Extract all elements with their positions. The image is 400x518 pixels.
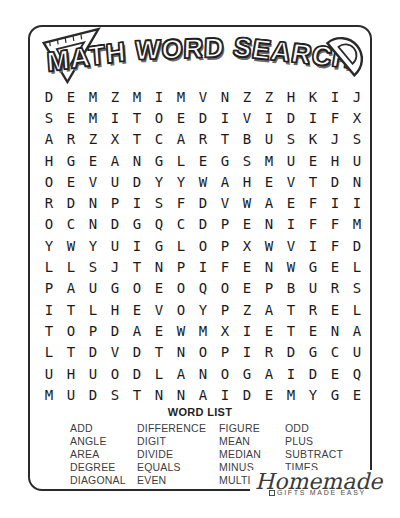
grid-cell[interactable]: Y bbox=[170, 171, 192, 192]
grid-cell[interactable]: W bbox=[170, 320, 192, 341]
grid-cell[interactable]: R bbox=[302, 299, 324, 320]
grid-cell[interactable]: I bbox=[280, 363, 302, 384]
grid-cell[interactable]: S bbox=[82, 256, 104, 277]
word-list-title: WORD LIST bbox=[30, 406, 370, 419]
brand-tagline-row: GIFTS MADE EASY bbox=[255, 489, 382, 496]
grid-cell[interactable]: E bbox=[82, 150, 104, 171]
grid-cell[interactable]: O bbox=[38, 171, 60, 192]
grid-cell[interactable]: N bbox=[148, 256, 170, 277]
grid-cell[interactable]: L bbox=[170, 235, 192, 256]
grid-cell[interactable]: Y bbox=[192, 299, 214, 320]
grid-cell[interactable]: C bbox=[148, 129, 170, 150]
grid-cell[interactable]: J bbox=[324, 129, 346, 150]
grid-cell[interactable]: I bbox=[126, 192, 148, 213]
grid-cell[interactable]: M bbox=[82, 86, 104, 107]
grid-cell[interactable]: O bbox=[170, 299, 192, 320]
grid-cell[interactable]: G bbox=[214, 150, 236, 171]
grid-cell[interactable]: Q bbox=[346, 363, 368, 384]
grid-cell[interactable]: A bbox=[126, 320, 148, 341]
grid-cell[interactable]: T bbox=[126, 384, 148, 405]
grid-cell[interactable]: E bbox=[302, 150, 324, 171]
grid-cell[interactable]: S bbox=[346, 278, 368, 299]
grid-cell[interactable]: O bbox=[38, 214, 60, 235]
grid-cell[interactable]: D bbox=[60, 192, 82, 213]
grid-cell[interactable]: O bbox=[148, 107, 170, 128]
grid-cell[interactable]: V bbox=[236, 107, 258, 128]
grid-cell[interactable]: E bbox=[170, 107, 192, 128]
grid-cell[interactable]: U bbox=[82, 363, 104, 384]
word-item: DIFFERENCE bbox=[137, 422, 219, 435]
word-item: ANGLE bbox=[70, 435, 137, 448]
grid-cell[interactable]: G bbox=[104, 278, 126, 299]
grid-cell[interactable]: T bbox=[148, 342, 170, 363]
grid-cell[interactable]: D bbox=[82, 342, 104, 363]
grid-cell[interactable]: E bbox=[324, 256, 346, 277]
grid-cell[interactable]: D bbox=[104, 214, 126, 235]
grid-cell[interactable]: I bbox=[38, 299, 60, 320]
grid-cell[interactable]: X bbox=[104, 129, 126, 150]
grid-cell[interactable]: B bbox=[236, 129, 258, 150]
grid-cell[interactable]: P bbox=[38, 278, 60, 299]
grid-cell[interactable]: N bbox=[258, 256, 280, 277]
grid-cell[interactable]: S bbox=[280, 129, 302, 150]
grid-cell[interactable]: F bbox=[170, 192, 192, 213]
grid-cell[interactable]: V bbox=[82, 171, 104, 192]
grid-cell[interactable]: G bbox=[148, 235, 170, 256]
grid-cell[interactable]: E bbox=[280, 192, 302, 213]
grid-cell[interactable]: D bbox=[126, 363, 148, 384]
grid-cell[interactable]: X bbox=[214, 320, 236, 341]
grid-cell[interactable]: F bbox=[324, 107, 346, 128]
grid-cell[interactable]: T bbox=[302, 171, 324, 192]
grid-cell[interactable]: F bbox=[214, 256, 236, 277]
grid-cell[interactable]: P bbox=[214, 235, 236, 256]
grid-cell[interactable]: N bbox=[170, 342, 192, 363]
grid-cell[interactable]: R bbox=[38, 192, 60, 213]
grid-cell[interactable]: K bbox=[302, 129, 324, 150]
word-item: ADD bbox=[70, 422, 137, 435]
grid-cell[interactable]: A bbox=[258, 299, 280, 320]
word-item: SUBTRACT bbox=[285, 448, 343, 461]
grid-cell[interactable]: H bbox=[60, 363, 82, 384]
word-item: DIGIT bbox=[137, 435, 219, 448]
grid-cell[interactable]: U bbox=[346, 342, 368, 363]
grid-cell[interactable]: G bbox=[302, 342, 324, 363]
grid-cell[interactable]: D bbox=[126, 171, 148, 192]
grid-cell[interactable]: W bbox=[192, 171, 214, 192]
grid-cell[interactable]: P bbox=[170, 256, 192, 277]
grid-cell[interactable]: I bbox=[214, 384, 236, 405]
grid-cell[interactable]: T bbox=[126, 129, 148, 150]
grid-cell[interactable]: O bbox=[192, 342, 214, 363]
grid-cell[interactable]: I bbox=[236, 342, 258, 363]
grid-cell[interactable]: A bbox=[258, 363, 280, 384]
grid-cell[interactable]: Z bbox=[236, 299, 258, 320]
grid-cell[interactable]: I bbox=[236, 320, 258, 341]
grid-cell[interactable]: U bbox=[60, 384, 82, 405]
grid-cell[interactable]: D bbox=[192, 107, 214, 128]
word-item: MEAN bbox=[219, 435, 285, 448]
grid-cell[interactable]: N bbox=[214, 86, 236, 107]
grid-cell[interactable]: N bbox=[192, 363, 214, 384]
grid-cell[interactable]: J bbox=[346, 86, 368, 107]
grid-cell[interactable]: U bbox=[280, 150, 302, 171]
grid-cell[interactable]: D bbox=[104, 320, 126, 341]
grid-cell[interactable]: P bbox=[82, 320, 104, 341]
grid-cell[interactable]: B bbox=[280, 278, 302, 299]
word-item: PLUS bbox=[285, 435, 343, 448]
grid-cell[interactable]: L bbox=[148, 363, 170, 384]
grid-cell[interactable]: O bbox=[104, 363, 126, 384]
grid-cell[interactable]: D bbox=[192, 192, 214, 213]
grid-cell[interactable]: I bbox=[302, 107, 324, 128]
grid-cell[interactable]: Y bbox=[148, 171, 170, 192]
grid-cell[interactable]: V bbox=[214, 192, 236, 213]
grid-cell[interactable]: Z bbox=[236, 86, 258, 107]
grid-cell[interactable]: M bbox=[346, 214, 368, 235]
grid-cell[interactable]: I bbox=[192, 256, 214, 277]
grid-cell[interactable]: Y bbox=[82, 235, 104, 256]
grid-cell[interactable]: E bbox=[148, 320, 170, 341]
title-word-math: MATH bbox=[46, 36, 127, 78]
letter-grid: DEMZMIMVNZZHKIJSEMITOEDIVIDIFXARZXTCARTB… bbox=[38, 86, 368, 405]
grid-cell[interactable]: N bbox=[126, 150, 148, 171]
grid-cell[interactable]: H bbox=[324, 150, 346, 171]
grid-cell[interactable]: C bbox=[170, 214, 192, 235]
grid-cell[interactable]: T bbox=[60, 299, 82, 320]
page-title: MATH WORD SEARCH bbox=[30, 33, 370, 87]
grid-cell[interactable]: F bbox=[302, 192, 324, 213]
grid-cell[interactable]: O bbox=[214, 363, 236, 384]
grid-cell[interactable]: U bbox=[302, 278, 324, 299]
grid-cell[interactable]: Z bbox=[82, 129, 104, 150]
grid-cell[interactable]: D bbox=[38, 86, 60, 107]
grid-cell[interactable]: X bbox=[236, 235, 258, 256]
grid-cell[interactable]: S bbox=[38, 107, 60, 128]
grid-cell[interactable]: I bbox=[302, 235, 324, 256]
grid-cell[interactable]: E bbox=[258, 171, 280, 192]
grid-cell[interactable]: C bbox=[324, 342, 346, 363]
grid-cell[interactable]: E bbox=[192, 150, 214, 171]
grid-cell[interactable]: H bbox=[280, 86, 302, 107]
grid-cell[interactable]: O bbox=[126, 278, 148, 299]
grid-cell[interactable]: N bbox=[258, 214, 280, 235]
grid-cell[interactable]: A bbox=[258, 192, 280, 213]
grid-cell[interactable]: W bbox=[236, 192, 258, 213]
grid-cell[interactable]: M bbox=[82, 107, 104, 128]
grid-cell[interactable]: F bbox=[324, 214, 346, 235]
grid-cell[interactable]: L bbox=[82, 299, 104, 320]
grid-cell[interactable]: V bbox=[280, 171, 302, 192]
grid-cell[interactable]: E bbox=[60, 171, 82, 192]
grid-cell[interactable]: P bbox=[214, 299, 236, 320]
grid-cell[interactable]: I bbox=[324, 86, 346, 107]
grid-cell[interactable]: G bbox=[236, 363, 258, 384]
grid-cell[interactable]: G bbox=[148, 150, 170, 171]
grid-cell[interactable]: E bbox=[324, 363, 346, 384]
grid-cell[interactable]: P bbox=[258, 278, 280, 299]
word-item: DEGREE bbox=[70, 461, 137, 474]
grid-cell[interactable]: U bbox=[346, 150, 368, 171]
grid-cell[interactable]: D bbox=[236, 384, 258, 405]
grid-cell[interactable]: K bbox=[302, 86, 324, 107]
grid-cell[interactable]: Q bbox=[192, 278, 214, 299]
word-item: FIGURE bbox=[219, 422, 285, 435]
grid-cell[interactable]: D bbox=[346, 235, 368, 256]
grid-cell[interactable]: I bbox=[324, 192, 346, 213]
grid-cell[interactable]: A bbox=[104, 150, 126, 171]
grid-cell[interactable]: M bbox=[38, 384, 60, 405]
grid-cell[interactable]: E bbox=[60, 86, 82, 107]
grid-cell[interactable]: X bbox=[346, 107, 368, 128]
grid-cell[interactable]: A bbox=[214, 171, 236, 192]
grid-cell[interactable]: I bbox=[126, 235, 148, 256]
grid-cell[interactable]: Y bbox=[302, 384, 324, 405]
grid-cell[interactable]: C bbox=[60, 214, 82, 235]
word-item: DIAGONAL bbox=[70, 474, 137, 487]
grid-cell[interactable]: E bbox=[324, 299, 346, 320]
grid-cell[interactable]: T bbox=[214, 129, 236, 150]
grid-cell[interactable]: N bbox=[346, 171, 368, 192]
grid-cell[interactable]: D bbox=[302, 363, 324, 384]
word-item: ODD bbox=[285, 422, 343, 435]
grid-cell[interactable]: M bbox=[258, 150, 280, 171]
grid-cell[interactable]: W bbox=[258, 235, 280, 256]
grid-cell[interactable]: D bbox=[280, 107, 302, 128]
grid-cell[interactable]: V bbox=[280, 235, 302, 256]
grid-cell[interactable]: U bbox=[258, 129, 280, 150]
grid-cell[interactable]: P bbox=[214, 342, 236, 363]
word-item: AREA bbox=[70, 448, 137, 461]
grid-cell[interactable]: L bbox=[346, 299, 368, 320]
grid-cell[interactable]: E bbox=[60, 107, 82, 128]
grid-cell[interactable]: O bbox=[60, 320, 82, 341]
grid-cell[interactable]: D bbox=[192, 214, 214, 235]
grid-cell[interactable]: T bbox=[126, 256, 148, 277]
grid-cell[interactable]: M bbox=[170, 86, 192, 107]
grid-cell[interactable]: V bbox=[148, 299, 170, 320]
grid-cell[interactable]: S bbox=[236, 150, 258, 171]
grid-cell[interactable]: Y bbox=[38, 235, 60, 256]
grid-cell[interactable]: M bbox=[192, 320, 214, 341]
grid-cell[interactable]: E bbox=[148, 278, 170, 299]
puzzle-card: MATH WORD SEARCH DEMZMIMVNZZHKIJSEMITOED… bbox=[28, 25, 372, 491]
grid-cell[interactable]: I bbox=[214, 107, 236, 128]
grid-cell[interactable]: E bbox=[236, 256, 258, 277]
grid-cell[interactable]: U bbox=[104, 171, 126, 192]
grid-cell[interactable]: A bbox=[38, 129, 60, 150]
grid-cell[interactable]: O bbox=[170, 278, 192, 299]
brand-logo: Homemade GIFTS MADE EASY bbox=[250, 470, 387, 496]
grid-cell[interactable]: Z bbox=[104, 86, 126, 107]
grid-cell[interactable]: U bbox=[104, 235, 126, 256]
grid-cell[interactable]: D bbox=[82, 384, 104, 405]
grid-cell[interactable]: L bbox=[38, 256, 60, 277]
grid-cell[interactable]: M bbox=[126, 86, 148, 107]
grid-cell[interactable]: T bbox=[60, 342, 82, 363]
grid-cell[interactable]: L bbox=[60, 256, 82, 277]
grid-cell[interactable]: R bbox=[258, 342, 280, 363]
grid-cell[interactable]: R bbox=[60, 129, 82, 150]
grid-cell[interactable]: L bbox=[38, 342, 60, 363]
grid-cell[interactable]: F bbox=[324, 235, 346, 256]
grid-cell[interactable]: E bbox=[236, 278, 258, 299]
grid-cell[interactable]: E bbox=[346, 384, 368, 405]
grid-cell[interactable]: L bbox=[346, 256, 368, 277]
grid-cell[interactable]: D bbox=[126, 342, 148, 363]
grid-cell[interactable]: I bbox=[104, 107, 126, 128]
grid-cell[interactable]: D bbox=[324, 171, 346, 192]
grid-cell[interactable]: Q bbox=[148, 214, 170, 235]
word-item: EVEN bbox=[137, 474, 219, 487]
word-list-column: ADDANGLEAREADEGREEDIAGONAL bbox=[70, 422, 137, 487]
grid-cell[interactable]: E bbox=[236, 214, 258, 235]
protractor-icon bbox=[320, 26, 374, 82]
brand-tagline: GIFTS MADE EASY bbox=[277, 489, 366, 496]
grid-cell[interactable]: I bbox=[280, 214, 302, 235]
grid-cell[interactable]: P bbox=[104, 192, 126, 213]
grid-cell[interactable]: A bbox=[170, 363, 192, 384]
grid-cell[interactable]: N bbox=[82, 192, 104, 213]
grid-cell[interactable]: G bbox=[126, 214, 148, 235]
grid-cell[interactable]: I bbox=[346, 192, 368, 213]
grid-cell[interactable]: L bbox=[170, 150, 192, 171]
grid-cell[interactable]: H bbox=[38, 150, 60, 171]
grid-cell[interactable]: O bbox=[214, 278, 236, 299]
grid-cell[interactable]: I bbox=[258, 107, 280, 128]
grid-cell[interactable]: G bbox=[60, 150, 82, 171]
grid-cell[interactable]: P bbox=[214, 214, 236, 235]
grid-cell[interactable]: N bbox=[170, 384, 192, 405]
grid-cell[interactable]: J bbox=[104, 256, 126, 277]
grid-cell[interactable]: O bbox=[192, 235, 214, 256]
grid-cell[interactable]: A bbox=[346, 320, 368, 341]
grid-cell[interactable]: S bbox=[346, 129, 368, 150]
grid-cell[interactable]: V bbox=[192, 86, 214, 107]
grid-cell[interactable]: N bbox=[82, 214, 104, 235]
grid-cell[interactable]: A bbox=[192, 384, 214, 405]
grid-cell[interactable]: E bbox=[126, 299, 148, 320]
grid-cell[interactable]: W bbox=[60, 235, 82, 256]
grid-cell[interactable]: U bbox=[38, 363, 60, 384]
gift-icon bbox=[269, 490, 275, 496]
grid-cell[interactable]: R bbox=[192, 129, 214, 150]
grid-cell[interactable]: D bbox=[280, 342, 302, 363]
word-item: EQUALS bbox=[137, 461, 219, 474]
grid-cell[interactable]: Z bbox=[258, 86, 280, 107]
grid-cell[interactable]: N bbox=[324, 320, 346, 341]
grid-cell[interactable]: E bbox=[258, 320, 280, 341]
grid-cell[interactable]: T bbox=[126, 107, 148, 128]
grid-cell[interactable]: T bbox=[280, 299, 302, 320]
word-item: DIVIDE bbox=[137, 448, 219, 461]
grid-cell[interactable]: G bbox=[302, 256, 324, 277]
grid-cell[interactable]: T bbox=[38, 320, 60, 341]
title-word-word: WORD bbox=[135, 32, 226, 66]
grid-cell[interactable]: R bbox=[324, 278, 346, 299]
grid-cell[interactable]: T bbox=[280, 320, 302, 341]
grid-cell[interactable]: A bbox=[60, 278, 82, 299]
grid-cell[interactable]: U bbox=[82, 278, 104, 299]
grid-cell[interactable]: S bbox=[104, 384, 126, 405]
grid-cell[interactable]: V bbox=[104, 342, 126, 363]
grid-cell[interactable]: H bbox=[236, 171, 258, 192]
grid-cell[interactable]: F bbox=[302, 214, 324, 235]
grid-cell[interactable]: I bbox=[148, 86, 170, 107]
grid-cell[interactable]: S bbox=[148, 192, 170, 213]
word-list-column: DIFFERENCEDIGITDIVIDEEQUALSEVEN bbox=[137, 422, 219, 487]
grid-cell[interactable]: E bbox=[302, 320, 324, 341]
grid-cell[interactable]: H bbox=[104, 299, 126, 320]
grid-cell[interactable]: N bbox=[148, 384, 170, 405]
grid-cell[interactable]: A bbox=[170, 129, 192, 150]
word-item: MEDIAN bbox=[219, 448, 285, 461]
grid-cell[interactable]: M bbox=[280, 384, 302, 405]
grid-cell[interactable]: G bbox=[324, 384, 346, 405]
page: MATH WORD SEARCH DEMZMIMVNZZHKIJSEMITOED… bbox=[0, 0, 400, 518]
grid-cell[interactable]: W bbox=[280, 256, 302, 277]
grid-cell[interactable]: E bbox=[258, 384, 280, 405]
